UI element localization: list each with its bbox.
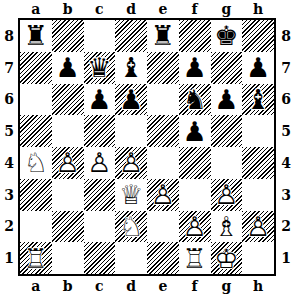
rank-label-left-6: 6 — [0, 84, 18, 116]
square-c8[interactable] — [84, 20, 116, 52]
square-b3[interactable] — [52, 179, 84, 211]
square-f1[interactable]: ♜♖ — [179, 242, 211, 274]
piece-black-rook-a8[interactable]: ♜ — [20, 20, 52, 52]
square-e1[interactable] — [147, 242, 179, 274]
chess-board: ♜♜♚♟♛♝♟♟♟♟♞♟♝♟♞♘♟♙♟♙♟♙♛♕♟♙♟♙♞♘♟♙♝♗♟♙♜♖♜♖… — [18, 18, 276, 276]
square-b7[interactable]: ♟ — [52, 52, 84, 84]
piece-black-knight-f6[interactable]: ♞ — [179, 84, 211, 116]
piece-black-pawn-b7[interactable]: ♟ — [52, 52, 84, 84]
piece-black-pawn-f7[interactable]: ♟ — [179, 52, 211, 84]
square-a1[interactable]: ♜♖ — [20, 242, 52, 274]
square-d4[interactable]: ♟♙ — [115, 147, 147, 179]
square-f2[interactable]: ♟♙ — [179, 211, 211, 243]
file-label-top-c: c — [84, 0, 116, 18]
square-b2[interactable] — [52, 211, 84, 243]
rank-label-right-8: 8 — [277, 20, 295, 52]
square-g3[interactable]: ♟♙ — [211, 179, 243, 211]
piece-white-pawn-h2[interactable]: ♟♙ — [242, 211, 274, 243]
piece-black-rook-e8[interactable]: ♜ — [147, 20, 179, 52]
square-f4[interactable] — [179, 147, 211, 179]
square-e4[interactable] — [147, 147, 179, 179]
square-f7[interactable]: ♟ — [179, 52, 211, 84]
file-label-bottom-f: f — [179, 276, 211, 295]
square-f3[interactable] — [179, 179, 211, 211]
square-h5[interactable] — [242, 115, 274, 147]
piece-white-pawn-g3[interactable]: ♟♙ — [211, 179, 243, 211]
square-g2[interactable]: ♝♗ — [211, 211, 243, 243]
square-c6[interactable]: ♟ — [84, 84, 116, 116]
piece-black-pawn-h7[interactable]: ♟ — [242, 52, 274, 84]
rank-label-right-6: 6 — [277, 84, 295, 116]
square-d2[interactable]: ♞♘ — [115, 211, 147, 243]
rank-label-right-4: 4 — [277, 147, 295, 179]
square-g6[interactable]: ♟ — [211, 84, 243, 116]
rank-label-left-1: 1 — [0, 242, 18, 274]
square-e8[interactable]: ♜ — [147, 20, 179, 52]
square-g7[interactable] — [211, 52, 243, 84]
file-label-bottom-c: c — [84, 276, 116, 295]
rank-label-right-2: 2 — [277, 211, 295, 243]
square-c7[interactable]: ♛ — [84, 52, 116, 84]
file-label-bottom-a: a — [20, 276, 52, 295]
piece-white-rook-a1[interactable]: ♜♖ — [20, 242, 52, 274]
square-h8[interactable] — [242, 20, 274, 52]
piece-black-king-g8[interactable]: ♚ — [211, 20, 243, 52]
square-c1[interactable] — [84, 242, 116, 274]
file-label-top-h: h — [242, 0, 274, 18]
square-d7[interactable]: ♝ — [115, 52, 147, 84]
rank-label-right-3: 3 — [277, 179, 295, 211]
piece-white-pawn-e3[interactable]: ♟♙ — [147, 179, 179, 211]
square-h4[interactable] — [242, 147, 274, 179]
square-g1[interactable]: ♚♔ — [211, 242, 243, 274]
square-h3[interactable] — [242, 179, 274, 211]
rank-label-left-2: 2 — [0, 211, 18, 243]
file-label-bottom-h: h — [242, 276, 274, 295]
square-b4[interactable]: ♟♙ — [52, 147, 84, 179]
piece-black-bishop-h6[interactable]: ♝ — [242, 84, 274, 116]
square-d1[interactable] — [115, 242, 147, 274]
piece-black-queen-c7[interactable]: ♛ — [84, 52, 116, 84]
square-e7[interactable] — [147, 52, 179, 84]
piece-white-pawn-b4[interactable]: ♟♙ — [52, 147, 84, 179]
square-f8[interactable] — [179, 20, 211, 52]
square-a5[interactable] — [20, 115, 52, 147]
file-labels-top: abcdefgh — [20, 0, 274, 18]
file-label-top-e: e — [147, 0, 179, 18]
square-b1[interactable] — [52, 242, 84, 274]
square-a2[interactable] — [20, 211, 52, 243]
square-e2[interactable] — [147, 211, 179, 243]
piece-white-king-g1[interactable]: ♚♔ — [211, 242, 243, 274]
square-a6[interactable] — [20, 84, 52, 116]
file-label-bottom-d: d — [115, 276, 147, 295]
piece-black-bishop-d7[interactable]: ♝ — [115, 52, 147, 84]
square-b5[interactable] — [52, 115, 84, 147]
piece-white-pawn-f2[interactable]: ♟♙ — [179, 211, 211, 243]
rank-label-left-5: 5 — [0, 115, 18, 147]
square-d3[interactable]: ♛♕ — [115, 179, 147, 211]
piece-white-pawn-c4[interactable]: ♟♙ — [84, 147, 116, 179]
square-d5[interactable] — [115, 115, 147, 147]
piece-black-pawn-f5[interactable]: ♟ — [179, 115, 211, 147]
square-d6[interactable]: ♟ — [115, 84, 147, 116]
piece-white-knight-a4[interactable]: ♞♘ — [20, 147, 52, 179]
piece-black-pawn-d6[interactable]: ♟ — [115, 84, 147, 116]
file-label-top-a: a — [20, 0, 52, 18]
square-a7[interactable] — [20, 52, 52, 84]
piece-white-queen-d3[interactable]: ♛♕ — [115, 179, 147, 211]
square-d8[interactable] — [115, 20, 147, 52]
square-g5[interactable] — [211, 115, 243, 147]
square-c3[interactable] — [84, 179, 116, 211]
square-g4[interactable] — [211, 147, 243, 179]
rank-label-left-4: 4 — [0, 147, 18, 179]
piece-white-knight-d2[interactable]: ♞♘ — [115, 211, 147, 243]
square-e6[interactable] — [147, 84, 179, 116]
rank-labels-right: 87654321 — [277, 20, 295, 274]
square-a3[interactable] — [20, 179, 52, 211]
rank-label-right-5: 5 — [277, 115, 295, 147]
file-label-bottom-b: b — [52, 276, 84, 295]
file-label-top-d: d — [115, 0, 147, 18]
square-c4[interactable]: ♟♙ — [84, 147, 116, 179]
square-b6[interactable] — [52, 84, 84, 116]
square-c2[interactable] — [84, 211, 116, 243]
square-c5[interactable] — [84, 115, 116, 147]
square-h2[interactable]: ♟♙ — [242, 211, 274, 243]
file-label-bottom-e: e — [147, 276, 179, 295]
file-label-top-g: g — [211, 0, 243, 18]
file-label-top-f: f — [179, 0, 211, 18]
piece-white-pawn-d4[interactable]: ♟♙ — [115, 147, 147, 179]
rank-label-left-7: 7 — [0, 52, 18, 84]
piece-white-bishop-g2[interactable]: ♝♗ — [211, 211, 243, 243]
square-h1[interactable] — [242, 242, 274, 274]
file-label-bottom-g: g — [211, 276, 243, 295]
rank-label-right-1: 1 — [277, 242, 295, 274]
square-h7[interactable]: ♟ — [242, 52, 274, 84]
rank-labels-left: 87654321 — [0, 20, 18, 274]
square-a8[interactable]: ♜ — [20, 20, 52, 52]
square-e5[interactable] — [147, 115, 179, 147]
square-b8[interactable] — [52, 20, 84, 52]
square-f6[interactable]: ♞ — [179, 84, 211, 116]
rank-label-right-7: 7 — [277, 52, 295, 84]
square-f5[interactable]: ♟ — [179, 115, 211, 147]
file-labels-bottom: abcdefgh — [20, 276, 274, 295]
square-a4[interactable]: ♞♘ — [20, 147, 52, 179]
piece-black-pawn-g6[interactable]: ♟ — [211, 84, 243, 116]
piece-white-rook-f1[interactable]: ♜♖ — [179, 242, 211, 274]
square-g8[interactable]: ♚ — [211, 20, 243, 52]
piece-black-pawn-c6[interactable]: ♟ — [84, 84, 116, 116]
chess-diagram: abcdefgh 87654321 ♜♜♚♟♛♝♟♟♟♟♞♟♝♟♞♘♟♙♟♙♟♙… — [0, 0, 295, 295]
square-e3[interactable]: ♟♙ — [147, 179, 179, 211]
file-label-top-b: b — [52, 0, 84, 18]
rank-label-left-3: 3 — [0, 179, 18, 211]
rank-label-left-8: 8 — [0, 20, 18, 52]
square-h6[interactable]: ♝ — [242, 84, 274, 116]
